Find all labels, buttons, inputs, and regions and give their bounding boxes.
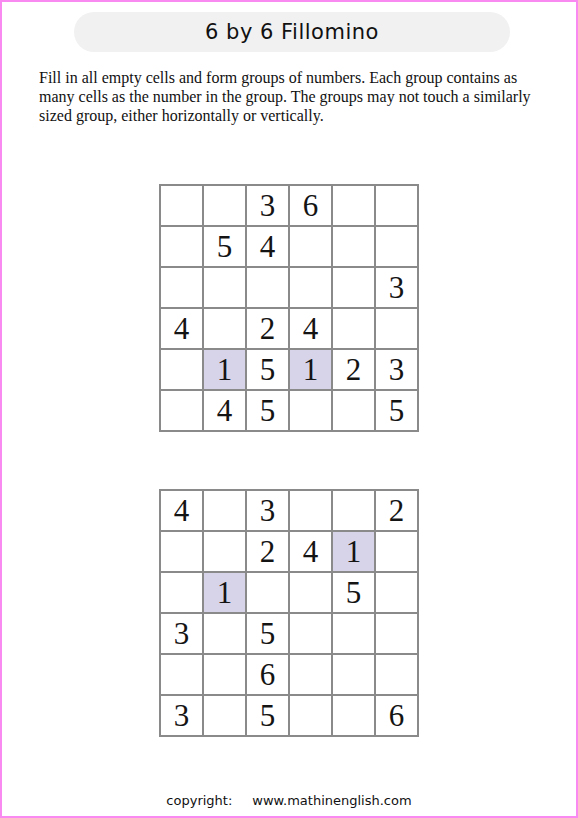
puzzle-2-cell-r5c3: 6	[247, 655, 288, 694]
puzzle-1-cell-r6c3: 5	[247, 391, 288, 430]
puzzle-1-cell-r1c4: 6	[290, 186, 331, 225]
puzzle-1-cell-r6c4[interactable]	[290, 391, 331, 430]
puzzle-2-cell-r6c3: 5	[247, 696, 288, 735]
copyright-label: copyright:	[166, 793, 232, 808]
puzzle-2-cell-r5c1[interactable]	[161, 655, 202, 694]
puzzle-1-cell-r5c5: 2	[333, 350, 374, 389]
page-title: 6 by 6 Fillomino	[205, 20, 379, 44]
puzzle-1-cell-r3c6: 3	[376, 268, 417, 307]
puzzle-2-cell-r3c1[interactable]	[161, 573, 202, 612]
puzzle-1-cell-r4c1: 4	[161, 309, 202, 348]
worksheet-page: 6 by 6 Fillomino Fill in all empty cells…	[0, 0, 578, 818]
puzzle-1-cell-r5c1[interactable]	[161, 350, 202, 389]
puzzle-1-cell-r1c5[interactable]	[333, 186, 374, 225]
puzzle-2-cell-r5c5[interactable]	[333, 655, 374, 694]
puzzle-2-cell-r2c6[interactable]	[376, 532, 417, 571]
site-url: www.mathinenglish.com	[252, 793, 411, 808]
puzzle-1-cell-r3c2[interactable]	[204, 268, 245, 307]
puzzle-1-cell-r3c3[interactable]	[247, 268, 288, 307]
puzzle-2-cell-r4c5[interactable]	[333, 614, 374, 653]
puzzle-2-cell-r2c1[interactable]	[161, 532, 202, 571]
title-capsule: 6 by 6 Fillomino	[74, 12, 510, 52]
puzzle-2-cell-r4c4[interactable]	[290, 614, 331, 653]
puzzle-1-cell-r2c2: 5	[204, 227, 245, 266]
puzzle-2-cell-r4c1: 3	[161, 614, 202, 653]
puzzle-2-cell-r2c2[interactable]	[204, 532, 245, 571]
puzzle-1-cell-r4c6[interactable]	[376, 309, 417, 348]
puzzle-2-cell-r4c6[interactable]	[376, 614, 417, 653]
puzzle-1-cell-r5c4: 1	[290, 350, 331, 389]
puzzle-2-cell-r1c1: 4	[161, 491, 202, 530]
puzzle-2-cell-r3c2: 1	[204, 573, 245, 612]
puzzle-1-cell-r2c4[interactable]	[290, 227, 331, 266]
instructions-text: Fill in all empty cells and form groups …	[39, 68, 551, 125]
puzzle-1-cell-r2c1[interactable]	[161, 227, 202, 266]
puzzle-1-cell-r4c3: 2	[247, 309, 288, 348]
puzzle-1-cell-r6c2: 4	[204, 391, 245, 430]
puzzle-1-cell-r5c3: 5	[247, 350, 288, 389]
puzzle-2-cell-r6c1: 3	[161, 696, 202, 735]
puzzle-2-cell-r3c5: 5	[333, 573, 374, 612]
puzzle-2-cell-r6c5[interactable]	[333, 696, 374, 735]
puzzle-2-cell-r4c3: 5	[247, 614, 288, 653]
puzzle-1-cell-r3c1[interactable]	[161, 268, 202, 307]
puzzle-2-cell-r2c5: 1	[333, 532, 374, 571]
puzzle-1-cell-r6c5[interactable]	[333, 391, 374, 430]
puzzle-1-cell-r4c4: 4	[290, 309, 331, 348]
puzzle-1-cell-r2c3: 4	[247, 227, 288, 266]
puzzle-1-cell-r1c1[interactable]	[161, 186, 202, 225]
puzzle-1-cell-r6c6: 5	[376, 391, 417, 430]
puzzle-1-cell-r6c1[interactable]	[161, 391, 202, 430]
fillomino-grid-1: 3654342415123455	[159, 184, 419, 432]
puzzle-2-cell-r5c2[interactable]	[204, 655, 245, 694]
puzzle-2-cell-r3c3[interactable]	[247, 573, 288, 612]
puzzle-2-cell-r1c4[interactable]	[290, 491, 331, 530]
puzzle-1-cell-r5c2: 1	[204, 350, 245, 389]
puzzle-2-cell-r5c4[interactable]	[290, 655, 331, 694]
puzzle-1-cell-r2c6[interactable]	[376, 227, 417, 266]
puzzle-1-cell-r1c6[interactable]	[376, 186, 417, 225]
footer: copyright: www.mathinenglish.com	[2, 793, 576, 808]
puzzle-2-cell-r1c6: 2	[376, 491, 417, 530]
puzzle-1-cell-r4c2[interactable]	[204, 309, 245, 348]
puzzle-2-cell-r1c2[interactable]	[204, 491, 245, 530]
puzzle-2-cell-r6c6: 6	[376, 696, 417, 735]
puzzle-2-cell-r3c4[interactable]	[290, 573, 331, 612]
puzzle-1-cell-r5c6: 3	[376, 350, 417, 389]
puzzle-2-cell-r6c2[interactable]	[204, 696, 245, 735]
puzzle-1-cell-r1c2[interactable]	[204, 186, 245, 225]
puzzle-2-cell-r2c4: 4	[290, 532, 331, 571]
puzzle-2-cell-r3c6[interactable]	[376, 573, 417, 612]
puzzle-2-cell-r4c2[interactable]	[204, 614, 245, 653]
puzzle-2-cell-r6c4[interactable]	[290, 696, 331, 735]
puzzle-2-cell-r5c6[interactable]	[376, 655, 417, 694]
fillomino-grid-2: 43224115356356	[159, 489, 419, 737]
puzzle-1-cell-r1c3: 3	[247, 186, 288, 225]
puzzle-1-cell-r3c5[interactable]	[333, 268, 374, 307]
puzzle-2-cell-r1c5[interactable]	[333, 491, 374, 530]
puzzle-2-cell-r2c3: 2	[247, 532, 288, 571]
puzzle-1-cell-r3c4[interactable]	[290, 268, 331, 307]
puzzle-1-cell-r2c5[interactable]	[333, 227, 374, 266]
puzzle-2-cell-r1c3: 3	[247, 491, 288, 530]
puzzle-1-cell-r4c5[interactable]	[333, 309, 374, 348]
